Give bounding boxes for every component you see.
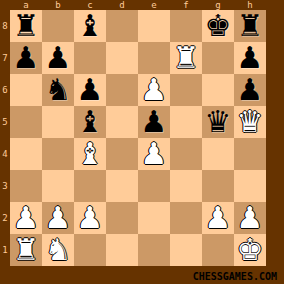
square-b2: ♟ (42, 202, 74, 234)
piece-white-pawn: ♟ (77, 203, 104, 233)
piece-black-pawn: ♟ (237, 75, 264, 105)
square-b6: ♞ (42, 74, 74, 106)
file-label-e: e (138, 0, 170, 10)
rank-label-7: 7 (0, 42, 10, 74)
square-e2 (138, 202, 170, 234)
square-d5 (106, 106, 138, 138)
rank-label-1: 1 (0, 234, 10, 266)
square-e8 (138, 10, 170, 42)
square-a4 (10, 138, 42, 170)
square-d2 (106, 202, 138, 234)
square-f5 (170, 106, 202, 138)
square-c2: ♟ (74, 202, 106, 234)
square-f2 (170, 202, 202, 234)
square-g1 (202, 234, 234, 266)
square-g5: ♛ (202, 106, 234, 138)
piece-black-pawn: ♟ (141, 107, 168, 137)
file-label-b: b (42, 0, 74, 10)
square-e7 (138, 42, 170, 74)
square-f3 (170, 170, 202, 202)
file-label-f: f (170, 0, 202, 10)
square-d1 (106, 234, 138, 266)
piece-white-pawn: ♟ (141, 75, 168, 105)
piece-white-king: ♚ (237, 235, 264, 265)
square-a7: ♟ (10, 42, 42, 74)
piece-black-rook: ♜ (13, 11, 40, 41)
file-label-g: g (202, 0, 234, 10)
square-h7: ♟ (234, 42, 266, 74)
piece-white-pawn: ♟ (141, 139, 168, 169)
square-h1: ♚ (234, 234, 266, 266)
square-h8: ♜ (234, 10, 266, 42)
square-c7 (74, 42, 106, 74)
square-e3 (138, 170, 170, 202)
rank-label-6: 6 (0, 74, 10, 106)
rank-label-8: 8 (0, 10, 10, 42)
piece-black-pawn: ♟ (77, 75, 104, 105)
square-b8 (42, 10, 74, 42)
chessboard-frame: abcdefgh 87654321 ♜♝♚♜♟♟♜♟♞♟♟♟♝♟♛♛♝♟♟♟♟♟… (0, 0, 284, 284)
square-f1 (170, 234, 202, 266)
file-label-h: h (234, 0, 266, 10)
piece-white-rook: ♜ (13, 235, 40, 265)
rank-label-3: 3 (0, 170, 10, 202)
piece-black-rook: ♜ (237, 11, 264, 41)
rank-labels: 87654321 (0, 10, 10, 266)
site-watermark: CHESSGAMES.COM (193, 271, 277, 282)
piece-black-bishop: ♝ (77, 11, 104, 41)
square-d6 (106, 74, 138, 106)
square-c6: ♟ (74, 74, 106, 106)
square-b3 (42, 170, 74, 202)
square-h4 (234, 138, 266, 170)
file-label-a: a (10, 0, 42, 10)
square-h3 (234, 170, 266, 202)
piece-white-knight: ♞ (45, 235, 72, 265)
square-g4 (202, 138, 234, 170)
square-b5 (42, 106, 74, 138)
rank-label-5: 5 (0, 106, 10, 138)
square-b7: ♟ (42, 42, 74, 74)
square-c1 (74, 234, 106, 266)
square-g2: ♟ (202, 202, 234, 234)
square-d7 (106, 42, 138, 74)
square-f8 (170, 10, 202, 42)
square-a3 (10, 170, 42, 202)
piece-black-pawn: ♟ (45, 43, 72, 73)
piece-white-pawn: ♟ (13, 203, 40, 233)
square-e4: ♟ (138, 138, 170, 170)
piece-black-bishop: ♝ (77, 107, 104, 137)
square-h6: ♟ (234, 74, 266, 106)
square-a2: ♟ (10, 202, 42, 234)
file-label-d: d (106, 0, 138, 10)
square-d3 (106, 170, 138, 202)
piece-black-knight: ♞ (45, 75, 72, 105)
square-c4: ♝ (74, 138, 106, 170)
square-b1: ♞ (42, 234, 74, 266)
square-h2: ♟ (234, 202, 266, 234)
piece-black-queen: ♛ (205, 107, 232, 137)
square-g8: ♚ (202, 10, 234, 42)
file-labels: abcdefgh (10, 0, 266, 10)
square-f6 (170, 74, 202, 106)
square-a8: ♜ (10, 10, 42, 42)
square-c3 (74, 170, 106, 202)
square-g7 (202, 42, 234, 74)
piece-white-rook: ♜ (173, 43, 200, 73)
piece-black-pawn: ♟ (237, 43, 264, 73)
piece-white-pawn: ♟ (237, 203, 264, 233)
square-g6 (202, 74, 234, 106)
square-d4 (106, 138, 138, 170)
piece-white-queen: ♛ (237, 107, 264, 137)
square-g3 (202, 170, 234, 202)
square-a1: ♜ (10, 234, 42, 266)
square-b4 (42, 138, 74, 170)
square-c5: ♝ (74, 106, 106, 138)
piece-white-pawn: ♟ (205, 203, 232, 233)
piece-black-pawn: ♟ (13, 43, 40, 73)
rank-label-2: 2 (0, 202, 10, 234)
square-f7: ♜ (170, 42, 202, 74)
square-e5: ♟ (138, 106, 170, 138)
chess-board: ♜♝♚♜♟♟♜♟♞♟♟♟♝♟♛♛♝♟♟♟♟♟♟♜♞♚ (10, 10, 266, 266)
square-a6 (10, 74, 42, 106)
file-label-c: c (74, 0, 106, 10)
square-d8 (106, 10, 138, 42)
piece-black-king: ♚ (205, 11, 232, 41)
piece-white-pawn: ♟ (45, 203, 72, 233)
square-a5 (10, 106, 42, 138)
rank-label-4: 4 (0, 138, 10, 170)
square-h5: ♛ (234, 106, 266, 138)
square-e1 (138, 234, 170, 266)
square-f4 (170, 138, 202, 170)
piece-white-bishop: ♝ (77, 139, 104, 169)
square-c8: ♝ (74, 10, 106, 42)
square-e6: ♟ (138, 74, 170, 106)
